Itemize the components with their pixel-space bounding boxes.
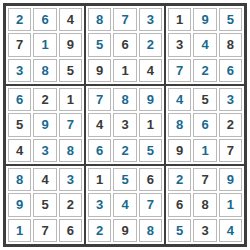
cell-r9c5[interactable]: 9: [113, 219, 136, 242]
cell-r2c6[interactable]: 2: [139, 33, 162, 56]
cell-r1c9[interactable]: 5: [219, 8, 242, 31]
cell-r4c1[interactable]: 6: [8, 88, 31, 111]
cell-r5c7[interactable]: 8: [168, 113, 191, 136]
cell-r4c9[interactable]: 3: [219, 88, 242, 111]
box-2-1: 621597438: [5, 85, 85, 165]
box-3-3: 279681534: [165, 165, 245, 245]
cell-r1c1[interactable]: 2: [8, 8, 31, 31]
sudoku-board: 2647193858735629141953487266215974387894…: [3, 3, 247, 247]
cell-r1c4[interactable]: 8: [88, 8, 111, 31]
cell-r3c1[interactable]: 3: [8, 59, 31, 82]
box-2-2: 789431625: [85, 85, 165, 165]
cell-r9c8[interactable]: 3: [193, 219, 216, 242]
cell-r1c6[interactable]: 3: [139, 8, 162, 31]
cell-r4c6[interactable]: 9: [139, 88, 162, 111]
cell-r3c7[interactable]: 7: [168, 59, 191, 82]
box-3-1: 843952176: [5, 165, 85, 245]
cell-r8c5[interactable]: 4: [113, 193, 136, 216]
cell-r7c7[interactable]: 2: [168, 168, 191, 191]
cell-r4c3[interactable]: 1: [59, 88, 82, 111]
cell-r8c6[interactable]: 7: [139, 193, 162, 216]
cell-r7c8[interactable]: 7: [193, 168, 216, 191]
cell-r5c4[interactable]: 4: [88, 113, 111, 136]
cell-r9c7[interactable]: 5: [168, 219, 191, 242]
cell-r6c8[interactable]: 1: [193, 139, 216, 162]
box-1-3: 195348726: [165, 5, 245, 85]
cell-r2c4[interactable]: 5: [88, 33, 111, 56]
cell-r3c9[interactable]: 6: [219, 59, 242, 82]
sudoku-app: 2647193858735629141953487266215974387894…: [0, 0, 250, 250]
cell-r6c9[interactable]: 7: [219, 139, 242, 162]
cell-r5c3[interactable]: 7: [59, 113, 82, 136]
cell-r2c5[interactable]: 6: [113, 33, 136, 56]
box-1-1: 264719385: [5, 5, 85, 85]
box-3-2: 156347298: [85, 165, 165, 245]
cell-r4c5[interactable]: 8: [113, 88, 136, 111]
cell-r7c3[interactable]: 3: [59, 168, 82, 191]
cell-r6c2[interactable]: 3: [33, 139, 56, 162]
box-2-3: 453862917: [165, 85, 245, 165]
cell-r5c1[interactable]: 5: [8, 113, 31, 136]
cell-r5c6[interactable]: 1: [139, 113, 162, 136]
cell-r7c5[interactable]: 5: [113, 168, 136, 191]
cell-r4c8[interactable]: 5: [193, 88, 216, 111]
cell-r1c5[interactable]: 7: [113, 8, 136, 31]
cell-r8c9[interactable]: 1: [219, 193, 242, 216]
cell-r4c7[interactable]: 4: [168, 88, 191, 111]
cell-r2c3[interactable]: 9: [59, 33, 82, 56]
cell-r9c1[interactable]: 1: [8, 219, 31, 242]
cell-r9c6[interactable]: 8: [139, 219, 162, 242]
cell-r5c5[interactable]: 3: [113, 113, 136, 136]
cell-r1c2[interactable]: 6: [33, 8, 56, 31]
cell-r2c2[interactable]: 1: [33, 33, 56, 56]
box-1-2: 873562914: [85, 5, 165, 85]
cell-r7c1[interactable]: 8: [8, 168, 31, 191]
cell-r1c7[interactable]: 1: [168, 8, 191, 31]
cell-r3c8[interactable]: 2: [193, 59, 216, 82]
cell-r5c2[interactable]: 9: [33, 113, 56, 136]
cell-r6c6[interactable]: 5: [139, 139, 162, 162]
cell-r6c1[interactable]: 4: [8, 139, 31, 162]
cell-r8c7[interactable]: 6: [168, 193, 191, 216]
cell-r3c5[interactable]: 1: [113, 59, 136, 82]
cell-r2c7[interactable]: 3: [168, 33, 191, 56]
cell-r1c3[interactable]: 4: [59, 8, 82, 31]
cell-r1c8[interactable]: 9: [193, 8, 216, 31]
cell-r9c3[interactable]: 6: [59, 219, 82, 242]
cell-r3c4[interactable]: 9: [88, 59, 111, 82]
cell-r7c9[interactable]: 9: [219, 168, 242, 191]
cell-r6c5[interactable]: 2: [113, 139, 136, 162]
cell-r6c3[interactable]: 8: [59, 139, 82, 162]
cell-r2c1[interactable]: 7: [8, 33, 31, 56]
cell-r7c2[interactable]: 4: [33, 168, 56, 191]
cell-r9c4[interactable]: 2: [88, 219, 111, 242]
cell-r8c2[interactable]: 5: [33, 193, 56, 216]
cell-r7c6[interactable]: 6: [139, 168, 162, 191]
cell-r9c2[interactable]: 7: [33, 219, 56, 242]
cell-r2c9[interactable]: 8: [219, 33, 242, 56]
cell-r8c8[interactable]: 8: [193, 193, 216, 216]
cell-r8c4[interactable]: 3: [88, 193, 111, 216]
cell-r3c2[interactable]: 8: [33, 59, 56, 82]
cell-r4c4[interactable]: 7: [88, 88, 111, 111]
cell-r5c8[interactable]: 6: [193, 113, 216, 136]
cell-r2c8[interactable]: 4: [193, 33, 216, 56]
cell-r3c6[interactable]: 4: [139, 59, 162, 82]
cell-r7c4[interactable]: 1: [88, 168, 111, 191]
cell-r3c3[interactable]: 5: [59, 59, 82, 82]
cell-r8c3[interactable]: 2: [59, 193, 82, 216]
cell-r6c7[interactable]: 9: [168, 139, 191, 162]
cell-r4c2[interactable]: 2: [33, 88, 56, 111]
cell-r8c1[interactable]: 9: [8, 193, 31, 216]
cell-r6c4[interactable]: 6: [88, 139, 111, 162]
cell-r9c9[interactable]: 4: [219, 219, 242, 242]
cell-r5c9[interactable]: 2: [219, 113, 242, 136]
